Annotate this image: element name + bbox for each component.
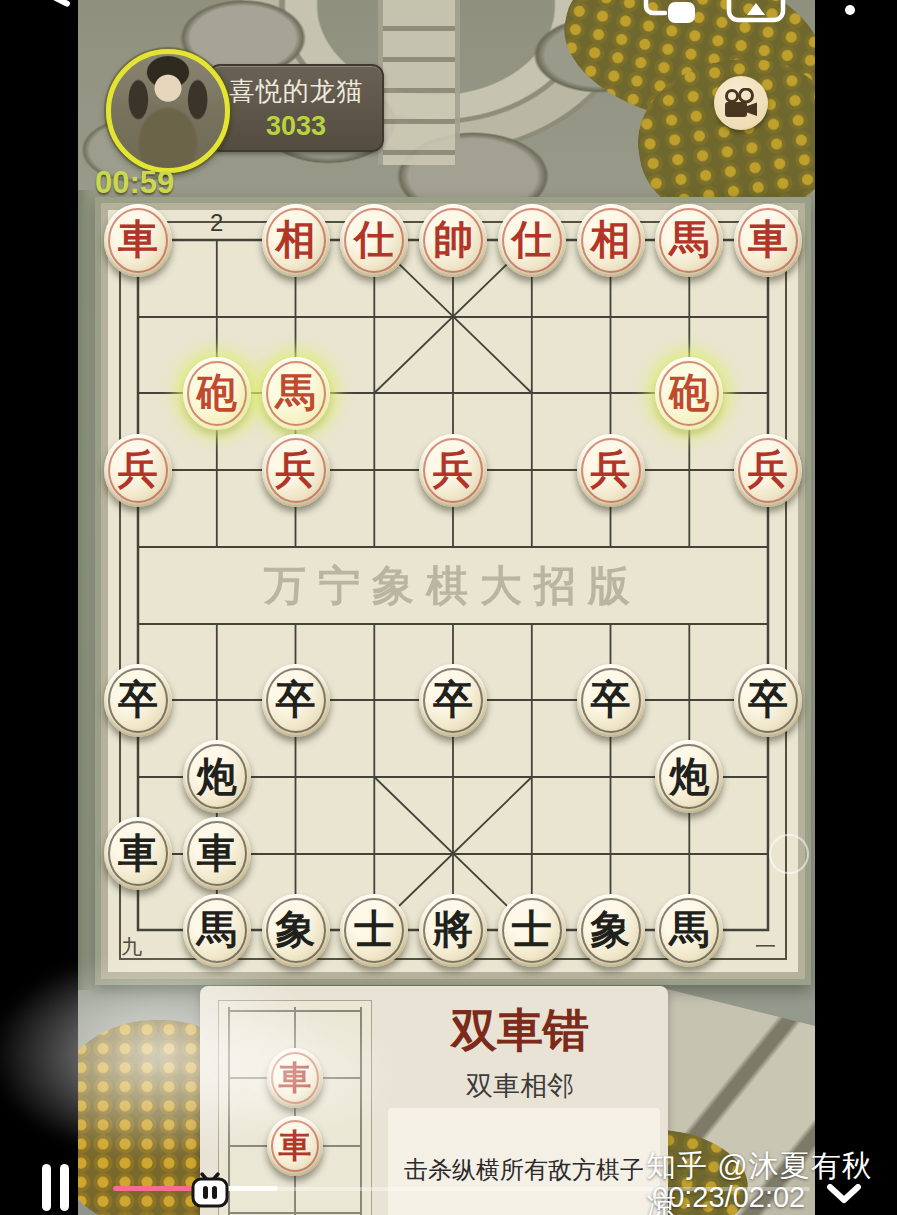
player-avatar[interactable] [106,49,230,173]
pip-icon[interactable] [646,0,665,13]
piece-black-卒[interactable]: 卒 [104,664,172,737]
mini-piece-車: 車 [267,1116,323,1176]
river-watermark-text: 万宁象棋大招版 [263,563,642,609]
piece-red-兵[interactable]: 兵 [104,434,172,507]
camera-notch-dot [845,5,855,15]
collapse-chevron-icon[interactable] [824,1184,864,1206]
piece-red-帥[interactable]: 帥 [419,204,487,277]
piece-red-砲[interactable]: 砲 [655,357,723,430]
piece-red-兵[interactable]: 兵 [577,434,645,507]
skill-subtitle: 双車相邻 [378,1068,662,1104]
video-camera-icon [721,88,761,119]
skill-card: 車車 双車错 双車相邻 击杀纵横所有敌方棋子 [200,986,668,1215]
skill-description-box: 击杀纵横所有敌方棋子 [388,1108,660,1215]
pause-button[interactable] [40,1164,74,1214]
piece-black-士[interactable]: 士 [498,894,566,967]
piece-black-馬[interactable]: 馬 [183,894,251,967]
file-label-nine: 九 [121,935,142,959]
piece-black-車[interactable]: 車 [104,817,172,890]
piece-black-卒[interactable]: 卒 [577,664,645,737]
mini-board-grid [219,1001,371,1215]
screen: 万宁象棋大招版 2 九 一 車相仕帥仕相馬車砲馬砲兵兵兵兵兵卒卒卒卒卒炮炮車車馬… [0,0,897,1215]
mini-piece-車: 車 [267,1048,323,1108]
letterbox-right [815,0,897,1215]
piece-black-炮[interactable]: 炮 [183,740,251,813]
piece-black-卒[interactable]: 卒 [262,664,330,737]
piece-red-砲[interactable]: 砲 [183,357,251,430]
bilibili-playhead-icon[interactable] [190,1167,230,1211]
piece-red-仕[interactable]: 仕 [498,204,566,277]
piece-red-仕[interactable]: 仕 [340,204,408,277]
piece-red-車[interactable]: 車 [734,204,802,277]
piece-red-車[interactable]: 車 [104,204,172,277]
piece-black-卒[interactable]: 卒 [419,664,487,737]
progress-played[interactable] [113,1186,193,1191]
cast-triangle-icon [747,3,765,15]
piece-black-將[interactable]: 將 [419,894,487,967]
skill-title: 双車错 [378,1000,662,1062]
piece-black-象[interactable]: 象 [577,894,645,967]
piece-black-卒[interactable]: 卒 [734,664,802,737]
piece-red-兵[interactable]: 兵 [262,434,330,507]
file-label-one: 一 [755,935,776,959]
video-record-button[interactable] [714,76,768,130]
piece-red-相[interactable]: 相 [577,204,645,277]
piece-red-馬[interactable]: 馬 [262,357,330,430]
pip-window-icon[interactable] [668,2,695,23]
player-rating: 3033 [266,111,326,142]
player-name-plate: 喜悦的龙猫 3033 [208,64,384,152]
piece-red-馬[interactable]: 馬 [655,204,723,277]
piece-red-兵[interactable]: 兵 [734,434,802,507]
piece-red-相[interactable]: 相 [262,204,330,277]
letterbox-left [0,0,78,1215]
player-name: 喜悦的龙猫 [229,74,364,109]
board-left-edge-shadow [78,190,96,990]
piece-black-馬[interactable]: 馬 [655,894,723,967]
touch-indicator-ring [769,834,809,874]
move-number-label: 2 [210,209,223,236]
skill-description: 击杀纵横所有敌方棋子 [388,1154,660,1186]
piece-black-士[interactable]: 士 [340,894,408,967]
piece-black-車[interactable]: 車 [183,817,251,890]
piece-black-象[interactable]: 象 [262,894,330,967]
piece-red-兵[interactable]: 兵 [419,434,487,507]
player-clock: 00:59 [95,165,174,201]
skill-mini-board: 車車 [218,1000,372,1215]
top-icons [0,0,897,30]
